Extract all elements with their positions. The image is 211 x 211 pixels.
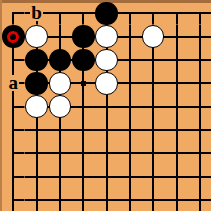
intersection-d3 xyxy=(72,48,95,71)
intersection-a3 xyxy=(2,48,25,71)
intersection-i7 xyxy=(188,142,211,165)
intersection-h5 xyxy=(165,95,188,118)
intersection-h1 xyxy=(165,2,188,25)
intersection-h3 xyxy=(165,48,188,71)
intersection-f2 xyxy=(118,25,141,48)
go-board-grid: ba xyxy=(2,2,211,211)
white-stone xyxy=(95,72,117,94)
black-stone xyxy=(72,25,94,47)
star-point xyxy=(81,81,86,86)
intersection-c6 xyxy=(48,118,71,141)
black-stone xyxy=(72,49,94,71)
intersection-i9 xyxy=(188,188,211,211)
intersection-d9 xyxy=(72,188,95,211)
intersection-c7 xyxy=(48,142,71,165)
intersection-h8 xyxy=(165,165,188,188)
intersection-b2 xyxy=(25,25,48,48)
intersection-d8 xyxy=(72,165,95,188)
intersection-b8 xyxy=(25,165,48,188)
intersection-i6 xyxy=(188,118,211,141)
intersection-f3 xyxy=(118,48,141,71)
intersection-d6 xyxy=(72,118,95,141)
black-stone xyxy=(49,49,71,71)
intersection-a1 xyxy=(2,2,25,25)
intersection-c2 xyxy=(48,25,71,48)
intersection-a7 xyxy=(2,142,25,165)
intersection-g7 xyxy=(142,142,165,165)
intersection-b7 xyxy=(25,142,48,165)
intersection-c9 xyxy=(48,188,71,211)
intersection-g9 xyxy=(142,188,165,211)
intersection-g4 xyxy=(142,72,165,95)
intersection-a9 xyxy=(2,188,25,211)
intersection-c5 xyxy=(48,95,71,118)
white-stone xyxy=(49,72,71,94)
intersection-b6 xyxy=(25,118,48,141)
intersection-a8 xyxy=(2,165,25,188)
intersection-e8 xyxy=(95,165,118,188)
intersection-g3 xyxy=(142,48,165,71)
intersection-a2 xyxy=(2,25,25,48)
intersection-e1 xyxy=(95,2,118,25)
intersection-c3 xyxy=(48,48,71,71)
intersection-g2 xyxy=(142,25,165,48)
intersection-f7 xyxy=(118,142,141,165)
intersection-c4 xyxy=(48,72,71,95)
black-stone xyxy=(25,72,47,94)
go-board-diagram: ba xyxy=(0,0,211,211)
intersection-e7 xyxy=(95,142,118,165)
intersection-d4 xyxy=(72,72,95,95)
white-stone xyxy=(25,95,47,117)
intersection-h9 xyxy=(165,188,188,211)
intersection-d2 xyxy=(72,25,95,48)
intersection-g1 xyxy=(142,2,165,25)
intersection-e3 xyxy=(95,48,118,71)
intersection-i4 xyxy=(188,72,211,95)
marked-black-stone xyxy=(2,25,24,47)
intersection-g8 xyxy=(142,165,165,188)
intersection-d5 xyxy=(72,95,95,118)
intersection-b1: b xyxy=(25,2,48,25)
intersection-a6 xyxy=(2,118,25,141)
point-label-b: b xyxy=(30,5,43,21)
intersection-f4 xyxy=(118,72,141,95)
white-stone xyxy=(25,25,47,47)
intersection-i8 xyxy=(188,165,211,188)
white-stone xyxy=(142,25,164,47)
intersection-i2 xyxy=(188,25,211,48)
intersection-b3 xyxy=(25,48,48,71)
intersection-b5 xyxy=(25,95,48,118)
point-label-a: a xyxy=(8,75,20,91)
circle-mark-icon xyxy=(7,31,19,43)
intersection-e6 xyxy=(95,118,118,141)
intersection-i1 xyxy=(188,2,211,25)
intersection-f1 xyxy=(118,2,141,25)
intersection-e9 xyxy=(95,188,118,211)
black-stone xyxy=(95,2,117,24)
intersection-d7 xyxy=(72,142,95,165)
intersection-i3 xyxy=(188,48,211,71)
intersection-d1 xyxy=(72,2,95,25)
intersection-b9 xyxy=(25,188,48,211)
intersection-f5 xyxy=(118,95,141,118)
black-stone xyxy=(25,49,47,71)
intersection-h6 xyxy=(165,118,188,141)
intersection-h2 xyxy=(165,25,188,48)
intersection-f6 xyxy=(118,118,141,141)
intersection-e5 xyxy=(95,95,118,118)
intersection-f9 xyxy=(118,188,141,211)
white-stone xyxy=(95,49,117,71)
intersection-h7 xyxy=(165,142,188,165)
intersection-h4 xyxy=(165,72,188,95)
intersection-e4 xyxy=(95,72,118,95)
intersection-c1 xyxy=(48,2,71,25)
intersection-c8 xyxy=(48,165,71,188)
intersection-i5 xyxy=(188,95,211,118)
intersection-b4 xyxy=(25,72,48,95)
intersection-a5 xyxy=(2,95,25,118)
intersection-f8 xyxy=(118,165,141,188)
white-stone xyxy=(95,25,117,47)
intersection-g6 xyxy=(142,118,165,141)
white-stone xyxy=(49,95,71,117)
intersection-e2 xyxy=(95,25,118,48)
intersection-g5 xyxy=(142,95,165,118)
intersection-a4: a xyxy=(2,72,25,95)
